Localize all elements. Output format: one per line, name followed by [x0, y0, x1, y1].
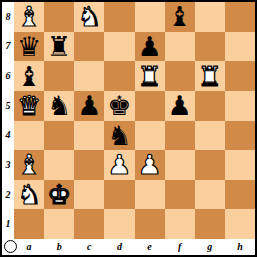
square-f1[interactable]	[165, 209, 195, 239]
square-e4[interactable]	[135, 121, 165, 151]
square-a5[interactable]: ♛	[14, 91, 44, 121]
piece-bB-f8[interactable]: ♝	[168, 3, 192, 30]
square-a4[interactable]	[14, 121, 44, 151]
square-a3[interactable]: ♝	[14, 150, 44, 180]
square-g8[interactable]	[195, 2, 225, 32]
square-e7[interactable]: ♟	[135, 32, 165, 62]
square-h3[interactable]	[225, 150, 255, 180]
square-a2[interactable]: ♞	[14, 180, 44, 210]
square-a6[interactable]: ♝	[14, 61, 44, 91]
square-h6[interactable]	[225, 61, 255, 91]
square-g4[interactable]	[195, 121, 225, 151]
square-e6[interactable]: ♜	[135, 61, 165, 91]
square-g5[interactable]	[195, 91, 225, 121]
chess-board: 8♝♞♝7♛♜♟6♝♜♜5♛♞♟♚♟4♞3♝♟♟2♞♚1abcdefgh	[2, 2, 255, 255]
piece-wB-a3[interactable]: ♝	[17, 151, 41, 178]
square-h1[interactable]	[225, 209, 255, 239]
square-d5[interactable]: ♚	[104, 91, 134, 121]
square-g1[interactable]	[195, 209, 225, 239]
square-b3[interactable]	[44, 150, 74, 180]
square-c8[interactable]: ♞	[74, 2, 104, 32]
piece-wQ-a5[interactable]: ♛	[17, 92, 41, 119]
piece-bK-d5[interactable]: ♚	[107, 92, 131, 119]
square-c5[interactable]: ♟	[74, 91, 104, 121]
square-a1[interactable]	[14, 209, 44, 239]
square-f8[interactable]: ♝	[165, 2, 195, 32]
piece-bP-f5[interactable]: ♟	[168, 92, 192, 119]
square-b1[interactable]	[44, 209, 74, 239]
chess-board-widget: 8♝♞♝7♛♜♟6♝♜♜5♛♞♟♚♟4♞3♝♟♟2♞♚1abcdefgh	[0, 0, 257, 257]
square-h7[interactable]	[225, 32, 255, 62]
square-b4[interactable]	[44, 121, 74, 151]
square-g3[interactable]	[195, 150, 225, 180]
rank-label-1: 1	[2, 209, 14, 239]
rank-label-7: 7	[2, 32, 14, 62]
square-a7[interactable]: ♛	[14, 32, 44, 62]
square-f2[interactable]	[165, 180, 195, 210]
file-label-g: g	[195, 239, 225, 255]
piece-wP-d3[interactable]: ♟	[107, 151, 131, 178]
rank-label-5: 5	[2, 91, 14, 121]
file-label-e: e	[135, 239, 165, 255]
square-c3[interactable]	[74, 150, 104, 180]
piece-bN-d4[interactable]: ♞	[107, 122, 131, 149]
piece-bP-c5[interactable]: ♟	[77, 92, 101, 119]
file-label-f: f	[165, 239, 195, 255]
square-f7[interactable]	[165, 32, 195, 62]
square-c7[interactable]	[74, 32, 104, 62]
piece-bB-a6[interactable]: ♝	[17, 63, 41, 90]
square-g7[interactable]	[195, 32, 225, 62]
square-e5[interactable]	[135, 91, 165, 121]
square-d6[interactable]	[104, 61, 134, 91]
square-c6[interactable]	[74, 61, 104, 91]
piece-wR-e6[interactable]: ♜	[137, 63, 161, 90]
square-c4[interactable]	[74, 121, 104, 151]
white-to-move-indicator-icon	[4, 240, 17, 253]
rank-label-6: 6	[2, 61, 14, 91]
piece-bR-b7[interactable]: ♜	[47, 33, 71, 60]
piece-wK-b2[interactable]: ♚	[47, 181, 71, 208]
square-a8[interactable]: ♝	[14, 2, 44, 32]
piece-wR-g6[interactable]: ♜	[198, 63, 222, 90]
square-e1[interactable]	[135, 209, 165, 239]
square-h2[interactable]	[225, 180, 255, 210]
square-h5[interactable]	[225, 91, 255, 121]
square-e8[interactable]	[135, 2, 165, 32]
rank-label-3: 3	[2, 150, 14, 180]
square-c1[interactable]	[74, 209, 104, 239]
square-f3[interactable]	[165, 150, 195, 180]
move-indicator-cell	[2, 239, 14, 255]
square-e2[interactable]	[135, 180, 165, 210]
square-d4[interactable]: ♞	[104, 121, 134, 151]
square-d8[interactable]	[104, 2, 134, 32]
piece-wB-a8[interactable]: ♝	[17, 3, 41, 30]
rank-label-4: 4	[2, 121, 14, 151]
square-b5[interactable]: ♞	[44, 91, 74, 121]
piece-wN-c8[interactable]: ♞	[77, 3, 101, 30]
square-e3[interactable]: ♟	[135, 150, 165, 180]
file-label-b: b	[44, 239, 74, 255]
square-d1[interactable]	[104, 209, 134, 239]
square-f4[interactable]	[165, 121, 195, 151]
square-b8[interactable]	[44, 2, 74, 32]
piece-bP-e7[interactable]: ♟	[137, 33, 161, 60]
file-label-c: c	[74, 239, 104, 255]
square-g6[interactable]: ♜	[195, 61, 225, 91]
square-b7[interactable]: ♜	[44, 32, 74, 62]
square-b6[interactable]	[44, 61, 74, 91]
piece-wN-a2[interactable]: ♞	[17, 181, 41, 208]
rank-label-8: 8	[2, 2, 14, 32]
square-h4[interactable]	[225, 121, 255, 151]
square-d7[interactable]	[104, 32, 134, 62]
square-d3[interactable]: ♟	[104, 150, 134, 180]
square-b2[interactable]: ♚	[44, 180, 74, 210]
square-d2[interactable]	[104, 180, 134, 210]
square-c2[interactable]	[74, 180, 104, 210]
square-g2[interactable]	[195, 180, 225, 210]
square-f5[interactable]: ♟	[165, 91, 195, 121]
piece-wP-e3[interactable]: ♟	[137, 151, 161, 178]
file-label-a: a	[14, 239, 44, 255]
piece-bQ-a7[interactable]: ♛	[17, 33, 41, 60]
square-h8[interactable]	[225, 2, 255, 32]
rank-label-2: 2	[2, 180, 14, 210]
file-label-h: h	[225, 239, 255, 255]
piece-bN-b5[interactable]: ♞	[47, 92, 71, 119]
file-label-d: d	[104, 239, 134, 255]
square-f6[interactable]	[165, 61, 195, 91]
